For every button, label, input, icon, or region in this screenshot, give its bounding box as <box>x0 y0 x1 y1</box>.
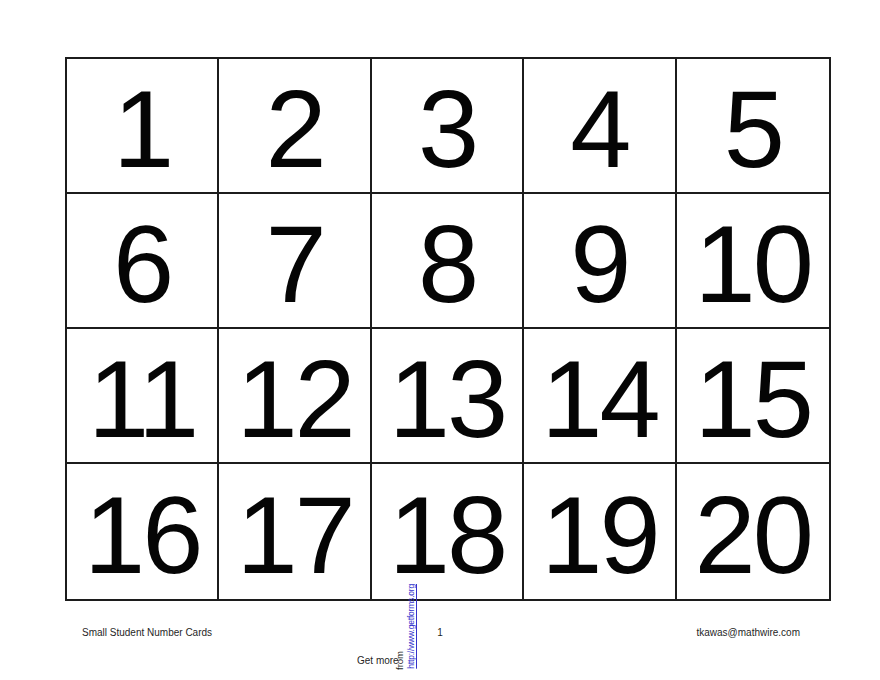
card-number: 8 <box>418 209 476 319</box>
number-card: 5 <box>677 59 829 194</box>
number-card: 11 <box>67 329 219 464</box>
number-card: 3 <box>372 59 524 194</box>
card-number: 18 <box>389 480 505 590</box>
card-number: 3 <box>418 74 476 184</box>
promo-text-from: from <box>394 651 405 670</box>
number-card: 9 <box>524 194 676 329</box>
number-card: 6 <box>67 194 219 329</box>
card-number: 1 <box>113 74 171 184</box>
page-number: 1 <box>437 627 443 638</box>
card-number: 10 <box>695 209 811 319</box>
promo-url-link[interactable]: http://www.getforms.org <box>406 584 416 669</box>
number-card: 15 <box>677 329 829 464</box>
card-number: 5 <box>724 74 782 184</box>
card-number: 7 <box>266 209 324 319</box>
promo-text-get-more: Get more <box>357 655 399 666</box>
card-number: 12 <box>236 344 352 454</box>
card-number: 13 <box>389 344 505 454</box>
number-card: 17 <box>219 464 371 599</box>
number-grid: 1234567891011121314151617181920 <box>65 57 831 601</box>
number-card: 12 <box>219 329 371 464</box>
number-card: 2 <box>219 59 371 194</box>
number-card: 1 <box>67 59 219 194</box>
number-card: 7 <box>219 194 371 329</box>
number-card: 13 <box>372 329 524 464</box>
number-card: 8 <box>372 194 524 329</box>
card-number: 17 <box>236 480 352 590</box>
footer-email: tkawas@mathwire.com <box>696 627 800 638</box>
card-number: 19 <box>541 480 657 590</box>
card-number: 14 <box>541 344 657 454</box>
number-card: 18 <box>372 464 524 599</box>
footer-title: Small Student Number Cards <box>82 627 212 638</box>
card-number: 11 <box>88 344 196 454</box>
card-number: 6 <box>113 209 171 319</box>
number-card: 10 <box>677 194 829 329</box>
number-card: 20 <box>677 464 829 599</box>
card-number: 15 <box>695 344 811 454</box>
page: 1234567891011121314151617181920 Small St… <box>0 0 880 680</box>
card-number: 16 <box>84 480 200 590</box>
number-card: 4 <box>524 59 676 194</box>
card-number: 4 <box>570 74 628 184</box>
number-card: 19 <box>524 464 676 599</box>
card-number: 2 <box>266 74 324 184</box>
number-card: 16 <box>67 464 219 599</box>
card-number: 9 <box>570 209 628 319</box>
card-number: 20 <box>695 480 811 590</box>
number-card: 14 <box>524 329 676 464</box>
